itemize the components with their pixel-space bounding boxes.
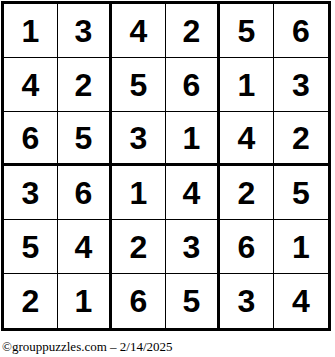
cell-r3c2: 5 [58,112,112,166]
cell-r3c5: 4 [220,112,274,166]
cell-r3c3: 3 [112,112,166,166]
cell-r5c4: 3 [166,220,220,274]
cell-r2c4: 6 [166,58,220,112]
cell-r3c1: 6 [4,112,58,166]
cell-r1c2: 3 [58,4,112,58]
cell-r5c3: 2 [112,220,166,274]
cell-r4c5: 2 [220,166,274,220]
cell-r2c3: 5 [112,58,166,112]
cell-r6c6: 4 [274,274,328,328]
cell-r1c5: 5 [220,4,274,58]
cell-r6c1: 2 [4,274,58,328]
copyright-footer: ©grouppuzzles.com – 2/14/2025 [2,339,173,355]
cell-r4c3: 1 [112,166,166,220]
sudoku-board: 134256425613653142361425542361216534 [1,1,331,331]
cell-r6c3: 6 [112,274,166,328]
cell-r2c6: 3 [274,58,328,112]
cell-r1c4: 2 [166,4,220,58]
cell-r5c6: 1 [274,220,328,274]
cell-r1c1: 1 [4,4,58,58]
cell-r2c2: 2 [58,58,112,112]
cell-r6c2: 1 [58,274,112,328]
cell-r3c6: 2 [274,112,328,166]
cell-r5c5: 6 [220,220,274,274]
cell-r5c1: 5 [4,220,58,274]
cell-r4c2: 6 [58,166,112,220]
cell-r4c1: 3 [4,166,58,220]
cell-r3c4: 1 [166,112,220,166]
cell-r4c4: 4 [166,166,220,220]
cell-r2c1: 4 [4,58,58,112]
cell-r6c5: 3 [220,274,274,328]
cell-r1c3: 4 [112,4,166,58]
cell-r5c2: 4 [58,220,112,274]
cell-r6c4: 5 [166,274,220,328]
cell-r4c6: 5 [274,166,328,220]
cell-r1c6: 6 [274,4,328,58]
cell-r2c5: 1 [220,58,274,112]
